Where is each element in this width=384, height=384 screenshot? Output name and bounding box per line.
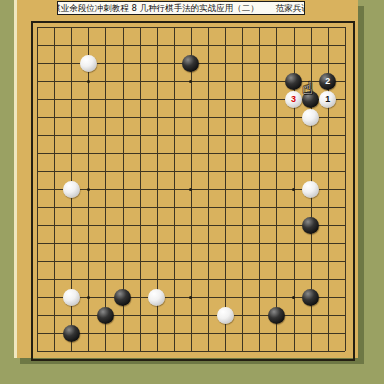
grid-line-horizontal (37, 351, 345, 352)
stone-black-R4 (302, 289, 319, 306)
grid-line-horizontal (37, 243, 345, 244)
stone-black-O3 (268, 307, 285, 324)
grid-line-vertical (276, 27, 277, 351)
stone-black-F4 (114, 289, 131, 306)
stone-black-R8 (302, 217, 319, 234)
grid-line-vertical (345, 27, 346, 351)
grid-line-horizontal (37, 279, 345, 280)
grid-line-vertical (225, 27, 226, 351)
stone-white-R10 (302, 181, 319, 198)
grid-line-vertical (208, 27, 209, 351)
stone-black-Q16 (285, 73, 302, 90)
star-point (87, 188, 90, 191)
stone-white-H4 (148, 289, 165, 306)
lesson-title-bar: 围棋业余段位冲刺教程 8 几种行棋手法的实战应用（二） 范家兵讲解 (57, 1, 305, 15)
stone-black-E3 (97, 307, 114, 324)
stone-white-R14 (302, 109, 319, 126)
move-number-1: 1 (325, 95, 330, 104)
hand-cursor-icon: ☝ (303, 78, 313, 98)
lesson-title-text: 围棋业余段位冲刺教程 8 几种行棋手法的实战应用（二） 范家兵讲解 (57, 2, 305, 14)
stone-white-Q15: 3 (285, 91, 302, 108)
go-tutorial-window: 围棋业余段位冲刺教程 8 几种行棋手法的实战应用（二） 范家兵讲解 231 ☝ (0, 0, 384, 384)
stone-white-S15: 1 (319, 91, 336, 108)
stone-black-K17 (182, 55, 199, 72)
star-point (292, 296, 295, 299)
stone-black-S16: 2 (319, 73, 336, 90)
stone-white-D17 (80, 55, 97, 72)
stone-white-M3 (217, 307, 234, 324)
grid-line-horizontal (37, 333, 345, 334)
grid-line-horizontal (37, 261, 345, 262)
star-point (292, 188, 295, 191)
grid-line-vertical (242, 27, 243, 351)
star-point (87, 296, 90, 299)
move-number-2: 2 (325, 77, 330, 86)
grid-line-horizontal (37, 207, 345, 208)
move-number-3: 3 (291, 95, 296, 104)
grid-line-horizontal (37, 315, 345, 316)
stone-white-C10 (63, 181, 80, 198)
stone-black-C2 (63, 325, 80, 342)
stone-white-C4 (63, 289, 80, 306)
grid-line-vertical (259, 27, 260, 351)
star-point (87, 80, 90, 83)
grid-line-horizontal (37, 225, 345, 226)
